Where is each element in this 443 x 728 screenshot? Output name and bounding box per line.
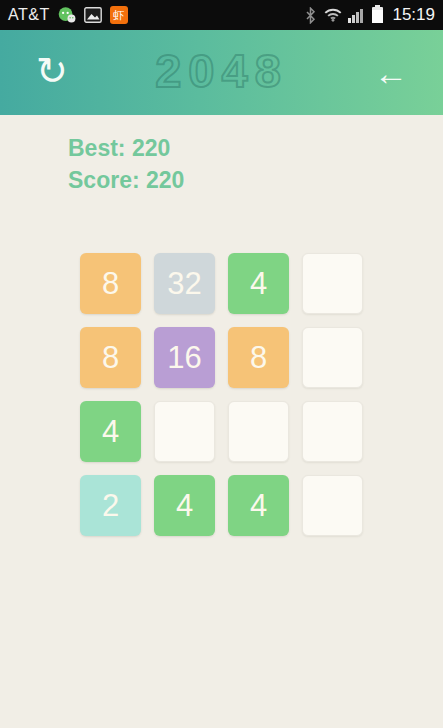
score-panel: Best: 220 Score: 220 [68, 132, 443, 196]
tile-8: 8 [80, 327, 141, 388]
bluetooth-icon [301, 6, 319, 24]
signal-icon [347, 6, 365, 24]
battery-icon [372, 7, 383, 23]
score-value: 220 [146, 167, 184, 193]
wifi-icon [324, 6, 342, 24]
best-score: Best: 220 [68, 132, 443, 164]
app-bar: ↻ 2048 ← [0, 30, 443, 115]
status-bar: AT&T 虾 [0, 0, 443, 30]
best-value: 220 [132, 135, 170, 161]
status-bar-left: AT&T 虾 [8, 6, 301, 24]
tile-8: 8 [80, 253, 141, 314]
tile-4: 4 [228, 475, 289, 536]
empty-cell [302, 253, 363, 314]
restart-button[interactable]: ↻ [28, 49, 76, 97]
carrier-label: AT&T [8, 6, 50, 24]
back-arrow-icon: ← [374, 56, 408, 90]
screen: { "game": "2048", "position": "8,32,4,0/… [0, 0, 443, 728]
app-logo: 2048 [155, 43, 288, 98]
gallery-icon [84, 6, 102, 24]
board[interactable]: 832481684244 [80, 253, 363, 536]
tile-32: 32 [154, 253, 215, 314]
empty-cell [154, 401, 215, 462]
empty-cell [302, 401, 363, 462]
tile-8: 8 [228, 327, 289, 388]
tile-2: 2 [80, 475, 141, 536]
empty-cell [302, 327, 363, 388]
wechat-icon [58, 6, 76, 24]
empty-cell [228, 401, 289, 462]
back-button[interactable]: ← [367, 49, 415, 97]
tile-4: 4 [80, 401, 141, 462]
tile-4: 4 [154, 475, 215, 536]
score-label: Score: [68, 167, 140, 193]
xiami-app-icon: 虾 [110, 6, 128, 24]
current-score: Score: 220 [68, 164, 443, 196]
status-bar-right: 15:19 [301, 5, 435, 25]
tile-16: 16 [154, 327, 215, 388]
tile-4: 4 [228, 253, 289, 314]
best-label: Best: [68, 135, 126, 161]
clock-label: 15:19 [392, 5, 435, 25]
refresh-icon: ↻ [36, 52, 68, 90]
empty-cell [302, 475, 363, 536]
